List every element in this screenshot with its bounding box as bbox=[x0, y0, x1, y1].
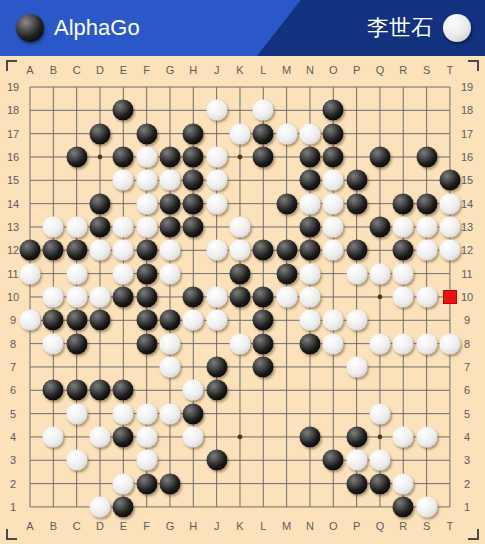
point-R18[interactable] bbox=[392, 99, 415, 122]
point-L6[interactable] bbox=[252, 379, 275, 402]
point-D15[interactable] bbox=[88, 169, 111, 192]
point-O2[interactable] bbox=[322, 472, 345, 495]
point-D9[interactable] bbox=[88, 309, 111, 332]
point-M17[interactable] bbox=[275, 122, 298, 145]
point-G3[interactable] bbox=[158, 449, 181, 472]
point-E3[interactable] bbox=[112, 449, 135, 472]
point-N6[interactable] bbox=[298, 379, 321, 402]
point-J17[interactable] bbox=[205, 122, 228, 145]
point-Q5[interactable] bbox=[368, 402, 391, 425]
point-D2[interactable] bbox=[88, 472, 111, 495]
point-E14[interactable] bbox=[112, 192, 135, 215]
point-J11[interactable] bbox=[205, 262, 228, 285]
point-S9[interactable] bbox=[415, 309, 438, 332]
point-N5[interactable] bbox=[298, 402, 321, 425]
point-B1[interactable] bbox=[42, 495, 65, 518]
point-B2[interactable] bbox=[42, 472, 65, 495]
point-A2[interactable] bbox=[18, 472, 41, 495]
point-L12[interactable] bbox=[252, 239, 275, 262]
point-Q13[interactable] bbox=[368, 215, 391, 238]
point-N16[interactable] bbox=[298, 145, 321, 168]
point-T5[interactable] bbox=[438, 402, 461, 425]
point-F13[interactable] bbox=[135, 215, 158, 238]
point-J18[interactable] bbox=[205, 99, 228, 122]
point-J15[interactable] bbox=[205, 169, 228, 192]
point-H10[interactable] bbox=[182, 285, 205, 308]
point-O5[interactable] bbox=[322, 402, 345, 425]
point-H11[interactable] bbox=[182, 262, 205, 285]
point-G18[interactable] bbox=[158, 99, 181, 122]
point-O17[interactable] bbox=[322, 122, 345, 145]
point-R6[interactable] bbox=[392, 379, 415, 402]
point-N8[interactable] bbox=[298, 332, 321, 355]
point-B6[interactable] bbox=[42, 379, 65, 402]
point-J5[interactable] bbox=[205, 402, 228, 425]
point-M10[interactable] bbox=[275, 285, 298, 308]
point-N15[interactable] bbox=[298, 169, 321, 192]
point-F2[interactable] bbox=[135, 472, 158, 495]
point-N18[interactable] bbox=[298, 99, 321, 122]
point-A5[interactable] bbox=[18, 402, 41, 425]
point-S19[interactable] bbox=[415, 75, 438, 98]
point-K11[interactable] bbox=[228, 262, 251, 285]
point-C9[interactable] bbox=[65, 309, 88, 332]
point-P15[interactable] bbox=[345, 169, 368, 192]
point-G9[interactable] bbox=[158, 309, 181, 332]
point-H15[interactable] bbox=[182, 169, 205, 192]
point-H17[interactable] bbox=[182, 122, 205, 145]
point-P16[interactable] bbox=[345, 145, 368, 168]
point-Q3[interactable] bbox=[368, 449, 391, 472]
point-G12[interactable] bbox=[158, 239, 181, 262]
point-T19[interactable] bbox=[438, 75, 461, 98]
point-T4[interactable] bbox=[438, 425, 461, 448]
point-E16[interactable] bbox=[112, 145, 135, 168]
point-M11[interactable] bbox=[275, 262, 298, 285]
point-A16[interactable] bbox=[18, 145, 41, 168]
point-P11[interactable] bbox=[345, 262, 368, 285]
point-N17[interactable] bbox=[298, 122, 321, 145]
point-A10[interactable] bbox=[18, 285, 41, 308]
point-S8[interactable] bbox=[415, 332, 438, 355]
point-L15[interactable] bbox=[252, 169, 275, 192]
point-A19[interactable] bbox=[18, 75, 41, 98]
point-H8[interactable] bbox=[182, 332, 205, 355]
point-B9[interactable] bbox=[42, 309, 65, 332]
point-L4[interactable] bbox=[252, 425, 275, 448]
point-O7[interactable] bbox=[322, 355, 345, 378]
point-T15[interactable] bbox=[438, 169, 461, 192]
point-G8[interactable] bbox=[158, 332, 181, 355]
point-L1[interactable] bbox=[252, 495, 275, 518]
point-P8[interactable] bbox=[345, 332, 368, 355]
point-R13[interactable] bbox=[392, 215, 415, 238]
point-C18[interactable] bbox=[65, 99, 88, 122]
point-L9[interactable] bbox=[252, 309, 275, 332]
point-R7[interactable] bbox=[392, 355, 415, 378]
point-H7[interactable] bbox=[182, 355, 205, 378]
point-L11[interactable] bbox=[252, 262, 275, 285]
point-M4[interactable] bbox=[275, 425, 298, 448]
board-grid[interactable] bbox=[18, 75, 461, 519]
point-Q18[interactable] bbox=[368, 99, 391, 122]
point-M12[interactable] bbox=[275, 239, 298, 262]
point-A3[interactable] bbox=[18, 449, 41, 472]
point-T3[interactable] bbox=[438, 449, 461, 472]
point-B14[interactable] bbox=[42, 192, 65, 215]
point-J14[interactable] bbox=[205, 192, 228, 215]
point-G5[interactable] bbox=[158, 402, 181, 425]
point-B12[interactable] bbox=[42, 239, 65, 262]
point-C19[interactable] bbox=[65, 75, 88, 98]
point-T12[interactable] bbox=[438, 239, 461, 262]
point-P9[interactable] bbox=[345, 309, 368, 332]
point-H2[interactable] bbox=[182, 472, 205, 495]
point-F12[interactable] bbox=[135, 239, 158, 262]
point-B7[interactable] bbox=[42, 355, 65, 378]
point-D12[interactable] bbox=[88, 239, 111, 262]
point-Q16[interactable] bbox=[368, 145, 391, 168]
point-Q12[interactable] bbox=[368, 239, 391, 262]
point-O13[interactable] bbox=[322, 215, 345, 238]
point-E10[interactable] bbox=[112, 285, 135, 308]
point-J13[interactable] bbox=[205, 215, 228, 238]
point-G7[interactable] bbox=[158, 355, 181, 378]
point-K19[interactable] bbox=[228, 75, 251, 98]
point-K2[interactable] bbox=[228, 472, 251, 495]
point-R19[interactable] bbox=[392, 75, 415, 98]
point-Q8[interactable] bbox=[368, 332, 391, 355]
point-L14[interactable] bbox=[252, 192, 275, 215]
point-M16[interactable] bbox=[275, 145, 298, 168]
point-R11[interactable] bbox=[392, 262, 415, 285]
point-B15[interactable] bbox=[42, 169, 65, 192]
point-F4[interactable] bbox=[135, 425, 158, 448]
point-K5[interactable] bbox=[228, 402, 251, 425]
point-M18[interactable] bbox=[275, 99, 298, 122]
point-H13[interactable] bbox=[182, 215, 205, 238]
point-G15[interactable] bbox=[158, 169, 181, 192]
point-D3[interactable] bbox=[88, 449, 111, 472]
point-C4[interactable] bbox=[65, 425, 88, 448]
point-O14[interactable] bbox=[322, 192, 345, 215]
point-P10[interactable] bbox=[345, 285, 368, 308]
point-O16[interactable] bbox=[322, 145, 345, 168]
point-T10[interactable] bbox=[438, 285, 461, 308]
point-J4[interactable] bbox=[205, 425, 228, 448]
point-D5[interactable] bbox=[88, 402, 111, 425]
point-T6[interactable] bbox=[438, 379, 461, 402]
point-S15[interactable] bbox=[415, 169, 438, 192]
point-K8[interactable] bbox=[228, 332, 251, 355]
point-O18[interactable] bbox=[322, 99, 345, 122]
point-L3[interactable] bbox=[252, 449, 275, 472]
point-H5[interactable] bbox=[182, 402, 205, 425]
point-J7[interactable] bbox=[205, 355, 228, 378]
point-G19[interactable] bbox=[158, 75, 181, 98]
point-P17[interactable] bbox=[345, 122, 368, 145]
point-G14[interactable] bbox=[158, 192, 181, 215]
point-H4[interactable] bbox=[182, 425, 205, 448]
point-K12[interactable] bbox=[228, 239, 251, 262]
point-Q11[interactable] bbox=[368, 262, 391, 285]
point-E9[interactable] bbox=[112, 309, 135, 332]
point-O6[interactable] bbox=[322, 379, 345, 402]
point-C16[interactable] bbox=[65, 145, 88, 168]
point-R12[interactable] bbox=[392, 239, 415, 262]
point-A17[interactable] bbox=[18, 122, 41, 145]
point-H9[interactable] bbox=[182, 309, 205, 332]
point-H14[interactable] bbox=[182, 192, 205, 215]
point-G17[interactable] bbox=[158, 122, 181, 145]
point-K18[interactable] bbox=[228, 99, 251, 122]
point-M1[interactable] bbox=[275, 495, 298, 518]
point-J6[interactable] bbox=[205, 379, 228, 402]
point-B3[interactable] bbox=[42, 449, 65, 472]
point-D17[interactable] bbox=[88, 122, 111, 145]
point-S12[interactable] bbox=[415, 239, 438, 262]
point-J9[interactable] bbox=[205, 309, 228, 332]
point-D4[interactable] bbox=[88, 425, 111, 448]
point-A7[interactable] bbox=[18, 355, 41, 378]
point-M13[interactable] bbox=[275, 215, 298, 238]
point-A6[interactable] bbox=[18, 379, 41, 402]
point-G13[interactable] bbox=[158, 215, 181, 238]
point-C1[interactable] bbox=[65, 495, 88, 518]
point-D11[interactable] bbox=[88, 262, 111, 285]
point-B8[interactable] bbox=[42, 332, 65, 355]
point-A4[interactable] bbox=[18, 425, 41, 448]
point-K9[interactable] bbox=[228, 309, 251, 332]
point-R15[interactable] bbox=[392, 169, 415, 192]
point-S18[interactable] bbox=[415, 99, 438, 122]
point-E15[interactable] bbox=[112, 169, 135, 192]
point-J3[interactable] bbox=[205, 449, 228, 472]
point-F11[interactable] bbox=[135, 262, 158, 285]
point-C5[interactable] bbox=[65, 402, 88, 425]
point-M7[interactable] bbox=[275, 355, 298, 378]
point-G1[interactable] bbox=[158, 495, 181, 518]
point-H3[interactable] bbox=[182, 449, 205, 472]
point-O4[interactable] bbox=[322, 425, 345, 448]
point-S14[interactable] bbox=[415, 192, 438, 215]
point-H6[interactable] bbox=[182, 379, 205, 402]
point-C6[interactable] bbox=[65, 379, 88, 402]
point-A8[interactable] bbox=[18, 332, 41, 355]
point-L8[interactable] bbox=[252, 332, 275, 355]
point-C3[interactable] bbox=[65, 449, 88, 472]
point-K7[interactable] bbox=[228, 355, 251, 378]
point-O15[interactable] bbox=[322, 169, 345, 192]
point-K15[interactable] bbox=[228, 169, 251, 192]
point-P5[interactable] bbox=[345, 402, 368, 425]
point-A14[interactable] bbox=[18, 192, 41, 215]
point-M5[interactable] bbox=[275, 402, 298, 425]
point-J16[interactable] bbox=[205, 145, 228, 168]
point-D19[interactable] bbox=[88, 75, 111, 98]
point-F7[interactable] bbox=[135, 355, 158, 378]
point-G6[interactable] bbox=[158, 379, 181, 402]
point-B10[interactable] bbox=[42, 285, 65, 308]
point-T7[interactable] bbox=[438, 355, 461, 378]
point-C8[interactable] bbox=[65, 332, 88, 355]
point-L18[interactable] bbox=[252, 99, 275, 122]
point-T17[interactable] bbox=[438, 122, 461, 145]
point-A11[interactable] bbox=[18, 262, 41, 285]
point-F19[interactable] bbox=[135, 75, 158, 98]
point-H18[interactable] bbox=[182, 99, 205, 122]
point-K4[interactable] bbox=[228, 425, 251, 448]
point-F18[interactable] bbox=[135, 99, 158, 122]
point-Q2[interactable] bbox=[368, 472, 391, 495]
point-M8[interactable] bbox=[275, 332, 298, 355]
point-E17[interactable] bbox=[112, 122, 135, 145]
point-A1[interactable] bbox=[18, 495, 41, 518]
point-L13[interactable] bbox=[252, 215, 275, 238]
point-N19[interactable] bbox=[298, 75, 321, 98]
point-E7[interactable] bbox=[112, 355, 135, 378]
point-A13[interactable] bbox=[18, 215, 41, 238]
point-N1[interactable] bbox=[298, 495, 321, 518]
point-O19[interactable] bbox=[322, 75, 345, 98]
point-T14[interactable] bbox=[438, 192, 461, 215]
point-J19[interactable] bbox=[205, 75, 228, 98]
point-N12[interactable] bbox=[298, 239, 321, 262]
point-C14[interactable] bbox=[65, 192, 88, 215]
point-Q17[interactable] bbox=[368, 122, 391, 145]
point-M2[interactable] bbox=[275, 472, 298, 495]
point-A12[interactable] bbox=[18, 239, 41, 262]
point-R3[interactable] bbox=[392, 449, 415, 472]
point-M19[interactable] bbox=[275, 75, 298, 98]
point-R8[interactable] bbox=[392, 332, 415, 355]
point-K1[interactable] bbox=[228, 495, 251, 518]
point-T9[interactable] bbox=[438, 309, 461, 332]
point-S5[interactable] bbox=[415, 402, 438, 425]
point-D16[interactable] bbox=[88, 145, 111, 168]
point-O1[interactable] bbox=[322, 495, 345, 518]
point-H16[interactable] bbox=[182, 145, 205, 168]
point-K14[interactable] bbox=[228, 192, 251, 215]
point-D6[interactable] bbox=[88, 379, 111, 402]
point-P1[interactable] bbox=[345, 495, 368, 518]
point-B18[interactable] bbox=[42, 99, 65, 122]
point-J10[interactable] bbox=[205, 285, 228, 308]
point-R5[interactable] bbox=[392, 402, 415, 425]
point-P4[interactable] bbox=[345, 425, 368, 448]
point-E18[interactable] bbox=[112, 99, 135, 122]
point-N14[interactable] bbox=[298, 192, 321, 215]
point-S6[interactable] bbox=[415, 379, 438, 402]
point-C10[interactable] bbox=[65, 285, 88, 308]
point-E13[interactable] bbox=[112, 215, 135, 238]
point-F3[interactable] bbox=[135, 449, 158, 472]
point-C7[interactable] bbox=[65, 355, 88, 378]
point-H12[interactable] bbox=[182, 239, 205, 262]
point-K3[interactable] bbox=[228, 449, 251, 472]
point-G10[interactable] bbox=[158, 285, 181, 308]
point-O12[interactable] bbox=[322, 239, 345, 262]
point-R1[interactable] bbox=[392, 495, 415, 518]
point-E4[interactable] bbox=[112, 425, 135, 448]
point-E8[interactable] bbox=[112, 332, 135, 355]
point-J12[interactable] bbox=[205, 239, 228, 262]
point-J8[interactable] bbox=[205, 332, 228, 355]
point-T18[interactable] bbox=[438, 99, 461, 122]
point-B19[interactable] bbox=[42, 75, 65, 98]
point-L10[interactable] bbox=[252, 285, 275, 308]
point-P12[interactable] bbox=[345, 239, 368, 262]
point-Q1[interactable] bbox=[368, 495, 391, 518]
point-Q19[interactable] bbox=[368, 75, 391, 98]
point-F8[interactable] bbox=[135, 332, 158, 355]
point-C2[interactable] bbox=[65, 472, 88, 495]
point-S1[interactable] bbox=[415, 495, 438, 518]
point-P7[interactable] bbox=[345, 355, 368, 378]
point-C11[interactable] bbox=[65, 262, 88, 285]
point-O9[interactable] bbox=[322, 309, 345, 332]
point-F6[interactable] bbox=[135, 379, 158, 402]
point-L5[interactable] bbox=[252, 402, 275, 425]
point-T13[interactable] bbox=[438, 215, 461, 238]
point-R10[interactable] bbox=[392, 285, 415, 308]
point-L16[interactable] bbox=[252, 145, 275, 168]
point-K13[interactable] bbox=[228, 215, 251, 238]
point-B13[interactable] bbox=[42, 215, 65, 238]
point-O8[interactable] bbox=[322, 332, 345, 355]
point-B5[interactable] bbox=[42, 402, 65, 425]
point-K17[interactable] bbox=[228, 122, 251, 145]
point-K6[interactable] bbox=[228, 379, 251, 402]
point-Q14[interactable] bbox=[368, 192, 391, 215]
point-S16[interactable] bbox=[415, 145, 438, 168]
point-L17[interactable] bbox=[252, 122, 275, 145]
point-M14[interactable] bbox=[275, 192, 298, 215]
point-M6[interactable] bbox=[275, 379, 298, 402]
point-Q6[interactable] bbox=[368, 379, 391, 402]
point-H1[interactable] bbox=[182, 495, 205, 518]
point-E19[interactable] bbox=[112, 75, 135, 98]
point-C13[interactable] bbox=[65, 215, 88, 238]
point-N13[interactable] bbox=[298, 215, 321, 238]
point-O11[interactable] bbox=[322, 262, 345, 285]
point-Q7[interactable] bbox=[368, 355, 391, 378]
point-S17[interactable] bbox=[415, 122, 438, 145]
point-E12[interactable] bbox=[112, 239, 135, 262]
point-P19[interactable] bbox=[345, 75, 368, 98]
point-M9[interactable] bbox=[275, 309, 298, 332]
point-R4[interactable] bbox=[392, 425, 415, 448]
point-B11[interactable] bbox=[42, 262, 65, 285]
point-K10[interactable] bbox=[228, 285, 251, 308]
point-E11[interactable] bbox=[112, 262, 135, 285]
point-E5[interactable] bbox=[112, 402, 135, 425]
point-F15[interactable] bbox=[135, 169, 158, 192]
point-D18[interactable] bbox=[88, 99, 111, 122]
point-P2[interactable] bbox=[345, 472, 368, 495]
point-B16[interactable] bbox=[42, 145, 65, 168]
point-T2[interactable] bbox=[438, 472, 461, 495]
point-A15[interactable] bbox=[18, 169, 41, 192]
point-B17[interactable] bbox=[42, 122, 65, 145]
point-T1[interactable] bbox=[438, 495, 461, 518]
point-A18[interactable] bbox=[18, 99, 41, 122]
point-F5[interactable] bbox=[135, 402, 158, 425]
point-N2[interactable] bbox=[298, 472, 321, 495]
point-J1[interactable] bbox=[205, 495, 228, 518]
point-R9[interactable] bbox=[392, 309, 415, 332]
point-E2[interactable] bbox=[112, 472, 135, 495]
